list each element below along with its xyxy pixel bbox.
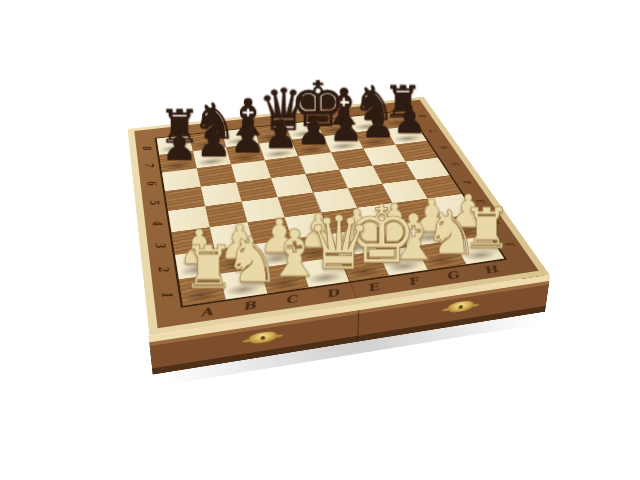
black-pawn-h7: ♟ [392, 103, 425, 139]
black-pawn-a7: ♟ [161, 128, 195, 166]
black-pawn-d7: ♟ [263, 117, 297, 154]
black-pawn-e7: ♟ [296, 113, 329, 150]
product-photo-background: 87654321 87654321 ABCDEFGH ♜♞♝♛♚♝♞♜♟♟♟♟♟… [0, 0, 640, 480]
fold-seam-front [357, 310, 359, 342]
brass-clasp-left-icon [248, 330, 277, 345]
square-a7: ♟ [159, 151, 197, 172]
black-pawn-g7: ♟ [361, 106, 394, 143]
black-pawn-c7: ♟ [230, 120, 264, 158]
brass-clasp-right-icon [447, 300, 474, 314]
black-pawn-f7: ♟ [329, 110, 362, 147]
folding-chess-box: 87654321 87654321 ABCDEFGH ♜♞♝♛♚♝♞♜♟♟♟♟♟… [128, 97, 550, 336]
black-pawn-b7: ♟ [196, 124, 230, 162]
white-rook-a1: ♜ [182, 240, 224, 296]
